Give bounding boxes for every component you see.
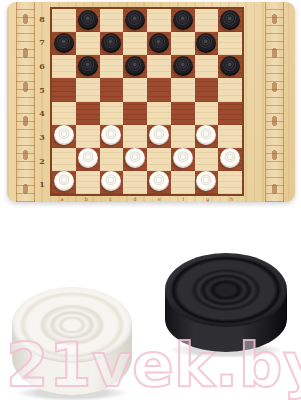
rank-label-7: 7 xyxy=(36,31,48,55)
square-h1 xyxy=(218,171,242,194)
square-g6 xyxy=(195,55,219,78)
square-f1 xyxy=(171,171,195,194)
square-c2 xyxy=(100,148,124,171)
checker-black xyxy=(220,10,240,30)
checker-white xyxy=(149,171,169,191)
square-b4 xyxy=(76,102,100,125)
square-a2 xyxy=(52,148,76,171)
square-h8 xyxy=(218,9,242,32)
rank-label-3: 3 xyxy=(36,125,48,149)
checker-black xyxy=(196,33,216,53)
checker-white xyxy=(125,148,145,168)
rank-label-6: 6 xyxy=(36,54,48,78)
square-f4 xyxy=(171,102,195,125)
checker-black xyxy=(54,33,74,53)
checker-white xyxy=(149,125,169,145)
square-f3 xyxy=(171,125,195,148)
checker-black xyxy=(125,10,145,30)
square-a1 xyxy=(52,171,76,194)
square-b8 xyxy=(76,9,100,32)
checker-black xyxy=(78,56,98,76)
square-a7 xyxy=(52,32,76,55)
square-g1 xyxy=(195,171,219,194)
checker-black xyxy=(173,56,193,76)
checker-white xyxy=(78,148,98,168)
square-e7 xyxy=(147,32,171,55)
square-a5 xyxy=(52,78,76,101)
square-a3 xyxy=(52,125,76,148)
square-g8 xyxy=(195,9,219,32)
square-g5 xyxy=(195,78,219,101)
square-e1 xyxy=(147,171,171,194)
checker-white xyxy=(101,171,121,191)
square-f6 xyxy=(171,55,195,78)
square-c4 xyxy=(100,102,124,125)
square-f8 xyxy=(171,9,195,32)
checker-black xyxy=(173,10,193,30)
square-e4 xyxy=(147,102,171,125)
checker-black xyxy=(78,10,98,30)
square-a8 xyxy=(52,9,76,32)
square-d4 xyxy=(123,102,147,125)
square-d2 xyxy=(123,148,147,171)
square-c5 xyxy=(100,78,124,101)
checker-white xyxy=(196,125,216,145)
square-b5 xyxy=(76,78,100,101)
square-f5 xyxy=(171,78,195,101)
rank-label-1: 1 xyxy=(36,172,48,196)
checker-white xyxy=(173,148,193,168)
file-label-c: c xyxy=(99,196,123,202)
black-checker-sample xyxy=(165,253,287,354)
square-c1 xyxy=(100,171,124,194)
square-e6 xyxy=(147,55,171,78)
square-h3 xyxy=(218,125,242,148)
square-e3 xyxy=(147,125,171,148)
square-h7 xyxy=(218,32,242,55)
square-c3 xyxy=(100,125,124,148)
square-d7 xyxy=(123,32,147,55)
square-b2 xyxy=(76,148,100,171)
square-c7 xyxy=(100,32,124,55)
square-g7 xyxy=(195,32,219,55)
file-label-b: b xyxy=(74,196,98,202)
square-h5 xyxy=(218,78,242,101)
checker-white xyxy=(101,125,121,145)
square-h2 xyxy=(218,148,242,171)
file-labels: abcdefgh xyxy=(50,196,244,202)
checker-white xyxy=(54,171,74,191)
ornament-strip-left xyxy=(16,2,35,202)
checker-black xyxy=(125,56,145,76)
square-h6 xyxy=(218,55,242,78)
rank-label-8: 8 xyxy=(36,7,48,31)
checker-black xyxy=(220,56,240,76)
file-label-g: g xyxy=(196,196,220,202)
square-c6 xyxy=(100,55,124,78)
square-d1 xyxy=(123,171,147,194)
file-label-e: e xyxy=(147,196,171,202)
file-label-d: d xyxy=(123,196,147,202)
square-d8 xyxy=(123,9,147,32)
square-b1 xyxy=(76,171,100,194)
square-g2 xyxy=(195,148,219,171)
square-b7 xyxy=(76,32,100,55)
square-f7 xyxy=(171,32,195,55)
square-h4 xyxy=(218,102,242,125)
square-d5 xyxy=(123,78,147,101)
file-label-h: h xyxy=(220,196,244,202)
square-e8 xyxy=(147,9,171,32)
square-g3 xyxy=(195,125,219,148)
square-c8 xyxy=(100,9,124,32)
checker-black xyxy=(101,33,121,53)
square-b3 xyxy=(76,125,100,148)
white-checker-sample xyxy=(12,287,132,397)
square-e2 xyxy=(147,148,171,171)
playing-field-frame xyxy=(50,7,244,196)
checker-white xyxy=(220,148,240,168)
rank-labels: 87654321 xyxy=(36,7,48,196)
file-label-f: f xyxy=(171,196,195,202)
file-label-a: a xyxy=(50,196,74,202)
black-checker-top xyxy=(165,253,287,327)
rank-label-5: 5 xyxy=(36,78,48,102)
square-a4 xyxy=(52,102,76,125)
square-e5 xyxy=(147,78,171,101)
square-g4 xyxy=(195,102,219,125)
product-photo: 87654321 abcdefgh 21vek.by xyxy=(0,0,301,400)
checker-white xyxy=(196,171,216,191)
ornament-strip-right xyxy=(265,2,284,202)
square-a6 xyxy=(52,55,76,78)
square-b6 xyxy=(76,55,100,78)
checker-white xyxy=(54,125,74,145)
square-d3 xyxy=(123,125,147,148)
rank-label-4: 4 xyxy=(36,102,48,126)
rank-label-2: 2 xyxy=(36,149,48,173)
checkers-board: 87654321 abcdefgh xyxy=(7,2,295,202)
square-d6 xyxy=(123,55,147,78)
square-f2 xyxy=(171,148,195,171)
white-checker-top xyxy=(12,287,132,363)
playing-field xyxy=(52,9,242,194)
checker-black xyxy=(149,33,169,53)
